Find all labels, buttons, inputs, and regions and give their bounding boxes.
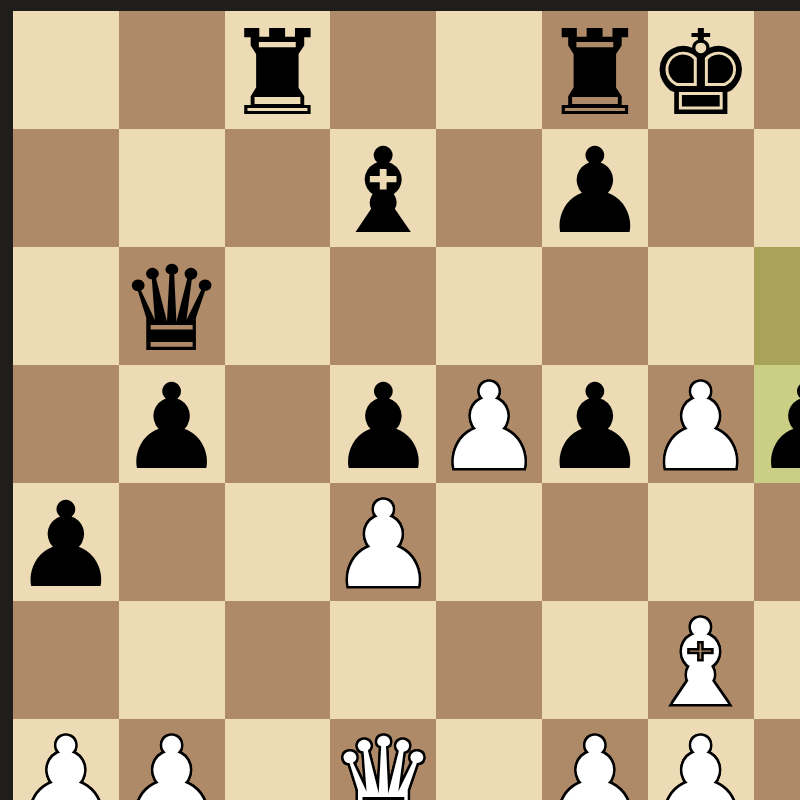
- square-e4[interactable]: [436, 483, 542, 601]
- square-e8[interactable]: [436, 11, 542, 129]
- square-a4[interactable]: ♟: [13, 483, 119, 601]
- square-b8[interactable]: [119, 11, 225, 129]
- piece-black-queen[interactable]: ♛: [119, 250, 225, 368]
- piece-black-bishop[interactable]: ♝: [330, 132, 436, 250]
- piece-white-pawn[interactable]: ♟: [119, 722, 225, 800]
- square-h8[interactable]: 8: [754, 11, 800, 129]
- piece-white-bishop[interactable]: ♝: [648, 604, 754, 722]
- piece-black-pawn[interactable]: ♟: [754, 368, 800, 486]
- square-a7[interactable]: [13, 129, 119, 247]
- square-g7[interactable]: [648, 129, 754, 247]
- square-g6[interactable]: [648, 247, 754, 365]
- square-g2[interactable]: ♟: [648, 719, 754, 800]
- square-b7[interactable]: [119, 129, 225, 247]
- square-a8[interactable]: [13, 11, 119, 129]
- square-h7[interactable]: 7: [754, 129, 800, 247]
- square-a6[interactable]: [13, 247, 119, 365]
- square-b6[interactable]: ♛: [119, 247, 225, 365]
- square-g3[interactable]: ♝: [648, 601, 754, 719]
- square-f8[interactable]: ♜: [542, 11, 648, 129]
- square-h3[interactable]: 3: [754, 601, 800, 719]
- square-d6[interactable]: [330, 247, 436, 365]
- square-b3[interactable]: [119, 601, 225, 719]
- square-f3[interactable]: [542, 601, 648, 719]
- piece-black-king[interactable]: ♚: [648, 14, 754, 132]
- square-d2[interactable]: ♛: [330, 719, 436, 800]
- piece-black-pawn[interactable]: ♟: [13, 486, 119, 604]
- square-f2[interactable]: ♟: [542, 719, 648, 800]
- piece-black-rook[interactable]: ♜: [542, 14, 648, 132]
- square-e3[interactable]: [436, 601, 542, 719]
- piece-white-pawn[interactable]: ♟: [330, 486, 436, 604]
- square-d8[interactable]: [330, 11, 436, 129]
- square-c7[interactable]: [225, 129, 331, 247]
- piece-black-pawn[interactable]: ♟: [542, 132, 648, 250]
- piece-black-rook[interactable]: ♜: [225, 14, 331, 132]
- square-c2[interactable]: [225, 719, 331, 800]
- square-c4[interactable]: [225, 483, 331, 601]
- piece-white-pawn[interactable]: ♟: [542, 722, 648, 800]
- square-d7[interactable]: ♝: [330, 129, 436, 247]
- piece-black-pawn[interactable]: ♟: [542, 368, 648, 486]
- square-e5[interactable]: ♟: [436, 365, 542, 483]
- piece-white-pawn[interactable]: ♟: [648, 722, 754, 800]
- square-f6[interactable]: [542, 247, 648, 365]
- square-c3[interactable]: [225, 601, 331, 719]
- square-b5[interactable]: ♟: [119, 365, 225, 483]
- square-h4[interactable]: 4: [754, 483, 800, 601]
- piece-white-pawn[interactable]: ♟: [436, 368, 542, 486]
- square-g5[interactable]: ♟: [648, 365, 754, 483]
- square-h6[interactable]: 6: [754, 247, 800, 365]
- square-e6[interactable]: [436, 247, 542, 365]
- square-e2[interactable]: [436, 719, 542, 800]
- square-g8[interactable]: ♚: [648, 11, 754, 129]
- piece-white-queen[interactable]: ♛: [330, 722, 436, 800]
- square-b4[interactable]: [119, 483, 225, 601]
- square-f5[interactable]: ♟: [542, 365, 648, 483]
- square-b2[interactable]: ♟: [119, 719, 225, 800]
- square-d4[interactable]: ♟: [330, 483, 436, 601]
- square-c8[interactable]: ♜: [225, 11, 331, 129]
- square-a5[interactable]: [13, 365, 119, 483]
- square-c5[interactable]: [225, 365, 331, 483]
- square-c6[interactable]: [225, 247, 331, 365]
- square-a3[interactable]: [13, 601, 119, 719]
- square-f7[interactable]: ♟: [542, 129, 648, 247]
- square-g4[interactable]: [648, 483, 754, 601]
- piece-black-pawn[interactable]: ♟: [330, 368, 436, 486]
- square-f4[interactable]: [542, 483, 648, 601]
- square-e7[interactable]: [436, 129, 542, 247]
- square-d5[interactable]: ♟: [330, 365, 436, 483]
- piece-white-pawn[interactable]: ♟: [648, 368, 754, 486]
- square-a2[interactable]: ♟: [13, 719, 119, 800]
- square-h2[interactable]: 2: [754, 719, 800, 800]
- piece-black-pawn[interactable]: ♟: [119, 368, 225, 486]
- chess-board: ♜♜♚8♝♟7♛6♟♟♟♟♟5♟♟♟4♝3♟♟♛♟♟2a♜bcde♜fg♚1h: [13, 11, 788, 786]
- piece-white-pawn[interactable]: ♟: [13, 722, 119, 800]
- square-d3[interactable]: [330, 601, 436, 719]
- square-h5[interactable]: 5♟: [754, 365, 800, 483]
